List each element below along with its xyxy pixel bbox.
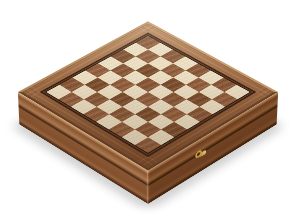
clasp-ring-icon [195,149,202,160]
chess-box [18,21,278,171]
brass-clasp [194,145,206,163]
photo-background [0,0,290,215]
